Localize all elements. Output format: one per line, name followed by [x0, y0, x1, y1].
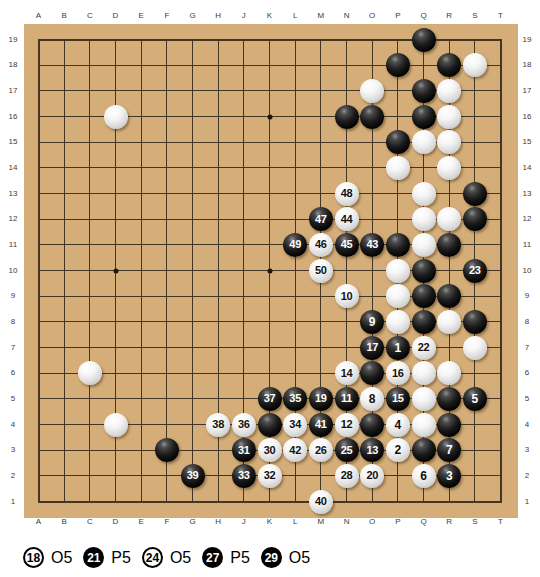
stone-number-M3: 26 [315, 445, 327, 456]
stone-number-N11: 45 [341, 239, 353, 250]
stone-black-M5: 19 [309, 387, 333, 411]
row-label-left-13: 13 [9, 190, 18, 198]
stone-number-P5: 15 [392, 393, 404, 404]
column-label-bottom-O: O [369, 518, 375, 526]
column-label-bottom-E: E [139, 518, 144, 526]
stone-black-Q9 [412, 284, 436, 308]
stone-white-P10 [386, 259, 410, 283]
stone-black-F3 [155, 438, 179, 462]
stone-white-N2: 28 [335, 464, 359, 488]
stone-black-Q3 [412, 438, 436, 462]
stone-white-P8 [386, 310, 410, 334]
stone-number-K2: 32 [264, 470, 276, 481]
stone-white-K3: 30 [258, 438, 282, 462]
stone-number-K5: 37 [264, 393, 276, 404]
stone-black-R18 [437, 53, 461, 77]
stone-white-R12 [437, 207, 461, 231]
column-label-bottom-Q: Q [420, 518, 426, 526]
column-label-bottom-K: K [267, 518, 272, 526]
stone-black-L5: 35 [283, 387, 307, 411]
stone-white-R15 [437, 130, 461, 154]
stone-white-M10: 50 [309, 259, 333, 283]
stone-black-K4 [258, 413, 282, 437]
stone-black-N16 [335, 105, 359, 129]
stone-number-N12: 44 [341, 214, 353, 225]
column-label-top-E: E [139, 12, 144, 20]
row-label-left-7: 7 [11, 344, 15, 352]
row-label-left-19: 19 [9, 36, 18, 44]
column-label-bottom-M: M [318, 518, 325, 526]
stone-number-S10: 23 [469, 265, 481, 276]
stone-number-L3: 42 [289, 445, 301, 456]
caption-move-circle-24: 24 [142, 547, 163, 568]
row-label-left-10: 10 [9, 267, 18, 275]
caption-move-29: 29O5 [261, 547, 310, 568]
row-label-right-6: 6 [525, 369, 529, 377]
star-point-D10 [113, 268, 118, 273]
stone-number-K3: 30 [264, 445, 276, 456]
stone-black-O4 [360, 413, 384, 437]
column-label-bottom-F: F [164, 518, 169, 526]
column-label-bottom-D: D [113, 518, 119, 526]
star-point-K10 [267, 268, 272, 273]
stone-number-O3: 13 [366, 445, 378, 456]
column-label-top-F: F [164, 12, 169, 20]
row-label-right-13: 13 [523, 190, 532, 198]
stone-white-D4 [104, 413, 128, 437]
stone-black-N3: 25 [335, 438, 359, 462]
stone-white-P14 [386, 156, 410, 180]
row-label-left-5: 5 [11, 395, 15, 403]
stone-white-R14 [437, 156, 461, 180]
stone-white-D16 [104, 105, 128, 129]
row-label-right-2: 2 [525, 472, 529, 480]
row-label-right-16: 16 [523, 113, 532, 121]
stone-black-N5: 11 [335, 387, 359, 411]
caption-move-point-21: P5 [111, 549, 131, 567]
stone-number-J2: 33 [238, 470, 250, 481]
stone-white-Q7: 22 [412, 336, 436, 360]
column-label-top-L: L [293, 12, 297, 20]
stone-black-G2: 39 [181, 464, 205, 488]
stone-white-P4: 4 [386, 413, 410, 437]
stone-number-M10: 50 [315, 265, 327, 276]
row-label-left-1: 1 [11, 498, 15, 506]
stone-white-R8 [437, 310, 461, 334]
stone-black-R9 [437, 284, 461, 308]
stone-white-P6: 16 [386, 361, 410, 385]
stone-white-L3: 42 [283, 438, 307, 462]
stone-black-Q10 [412, 259, 436, 283]
column-label-top-C: C [87, 12, 93, 20]
stone-white-M3: 26 [309, 438, 333, 462]
column-label-bottom-N: N [344, 518, 350, 526]
stone-white-N4: 12 [335, 413, 359, 437]
stone-black-S8 [463, 310, 487, 334]
stone-black-O8: 9 [360, 310, 384, 334]
go-diagram: 18O521P524O527P529O5 AABBCCDDEEFFGGHHJJK… [0, 0, 540, 577]
stone-white-N6: 14 [335, 361, 359, 385]
column-label-top-M: M [318, 12, 325, 20]
stone-white-P9 [386, 284, 410, 308]
stone-white-Q5 [412, 387, 436, 411]
grid-line-horizontal-1 [38, 501, 502, 503]
column-label-bottom-C: C [87, 518, 93, 526]
stone-white-S18 [463, 53, 487, 77]
stone-white-R6 [437, 361, 461, 385]
stone-black-S13 [463, 182, 487, 206]
stone-black-M12: 47 [309, 207, 333, 231]
stone-black-P7: 1 [386, 336, 410, 360]
stone-number-Q7: 22 [418, 342, 430, 353]
caption-move-point-27: P5 [230, 549, 250, 567]
stone-white-Q11 [412, 233, 436, 257]
stone-white-J4: 36 [232, 413, 256, 437]
column-label-bottom-H: H [215, 518, 221, 526]
stone-number-O11: 43 [366, 239, 378, 250]
stone-number-L11: 49 [289, 239, 301, 250]
stone-black-N11: 45 [335, 233, 359, 257]
stone-black-P5: 15 [386, 387, 410, 411]
column-label-bottom-J: J [242, 518, 246, 526]
stone-black-O7: 17 [360, 336, 384, 360]
row-label-left-14: 14 [9, 164, 18, 172]
stone-white-K2: 32 [258, 464, 282, 488]
stone-black-O16 [360, 105, 384, 129]
stone-white-Q4 [412, 413, 436, 437]
stone-white-Q6 [412, 361, 436, 385]
column-label-top-B: B [61, 12, 66, 20]
caption-move-circle-21: 21 [83, 547, 104, 568]
column-label-bottom-G: G [189, 518, 195, 526]
row-label-left-3: 3 [11, 446, 15, 454]
stone-number-N6: 14 [341, 368, 353, 379]
stone-number-M5: 19 [315, 393, 327, 404]
stone-white-M11: 46 [309, 233, 333, 257]
row-label-right-8: 8 [525, 318, 529, 326]
column-label-top-K: K [267, 12, 272, 20]
stone-number-P7: 1 [395, 342, 402, 354]
stone-black-O11: 43 [360, 233, 384, 257]
stone-black-Q17 [412, 79, 436, 103]
stone-number-P3: 2 [395, 444, 402, 456]
row-label-left-15: 15 [9, 138, 18, 146]
stone-black-R3: 7 [437, 438, 461, 462]
caption-move-21: 21P5 [83, 547, 131, 568]
stone-number-Q2: 6 [420, 470, 427, 482]
stone-black-R2: 3 [437, 464, 461, 488]
stone-number-L4: 34 [289, 419, 301, 430]
column-label-bottom-T: T [498, 518, 503, 526]
caption-move-circle-29: 29 [261, 547, 282, 568]
stone-black-Q19 [412, 28, 436, 52]
column-label-bottom-R: R [446, 518, 452, 526]
stone-white-N12: 44 [335, 207, 359, 231]
column-label-top-S: S [472, 12, 477, 20]
column-label-top-R: R [446, 12, 452, 20]
stone-black-S5: 5 [463, 387, 487, 411]
row-label-left-9: 9 [11, 292, 15, 300]
stone-white-R16 [437, 105, 461, 129]
stone-number-N13: 48 [341, 188, 353, 199]
stone-number-H4: 38 [212, 419, 224, 430]
stone-black-Q16 [412, 105, 436, 129]
grid-line-vertical-T [500, 39, 502, 503]
stone-white-O2: 20 [360, 464, 384, 488]
caption-move-point-24: O5 [170, 549, 191, 567]
column-label-bottom-P: P [395, 518, 400, 526]
stone-black-O3: 13 [360, 438, 384, 462]
row-label-right-17: 17 [523, 87, 532, 95]
stone-number-N2: 28 [341, 470, 353, 481]
row-label-left-11: 11 [9, 241, 17, 249]
stone-black-P15 [386, 130, 410, 154]
caption-move-point-18: O5 [51, 549, 72, 567]
caption-move-circle-27: 27 [202, 547, 223, 568]
stone-black-J3: 31 [232, 438, 256, 462]
stone-white-Q2: 6 [412, 464, 436, 488]
stone-number-O5: 8 [369, 393, 376, 405]
row-label-left-12: 12 [9, 215, 18, 223]
stone-number-S5: 5 [472, 393, 479, 405]
row-label-right-5: 5 [525, 395, 529, 403]
stone-number-N5: 11 [341, 393, 352, 404]
stone-black-O6 [360, 361, 384, 385]
column-label-bottom-B: B [61, 518, 66, 526]
caption: 18O521P524O527P529O5 [23, 547, 321, 568]
row-label-right-14: 14 [523, 164, 532, 172]
column-label-top-J: J [242, 12, 246, 20]
row-label-left-2: 2 [11, 472, 15, 480]
caption-move-27: 27P5 [202, 547, 250, 568]
stone-white-N13: 48 [335, 182, 359, 206]
row-label-left-8: 8 [11, 318, 15, 326]
row-label-right-12: 12 [523, 215, 532, 223]
stone-number-M4: 41 [315, 419, 327, 430]
star-point-K16 [267, 114, 272, 119]
row-label-right-15: 15 [523, 138, 532, 146]
stone-number-R2: 3 [446, 470, 453, 482]
stone-number-R3: 7 [446, 444, 453, 456]
column-label-bottom-A: A [36, 518, 41, 526]
stone-white-L4: 34 [283, 413, 307, 437]
stone-number-O7: 17 [366, 342, 378, 353]
stone-black-R4 [437, 413, 461, 437]
stone-number-J4: 36 [238, 419, 250, 430]
stone-black-J2: 33 [232, 464, 256, 488]
row-label-right-18: 18 [523, 61, 532, 69]
column-label-top-P: P [395, 12, 400, 20]
stone-black-P18 [386, 53, 410, 77]
stone-number-P4: 4 [395, 419, 402, 431]
column-label-top-Q: Q [420, 12, 426, 20]
stone-white-Q12 [412, 207, 436, 231]
stone-white-N9: 10 [335, 284, 359, 308]
row-label-right-4: 4 [525, 421, 529, 429]
column-label-top-D: D [113, 12, 119, 20]
stone-number-N4: 12 [341, 419, 353, 430]
stone-black-L11: 49 [283, 233, 307, 257]
row-label-right-1: 1 [525, 498, 529, 506]
row-label-right-3: 3 [525, 446, 529, 454]
row-label-left-17: 17 [9, 87, 18, 95]
caption-move-circle-18: 18 [23, 547, 44, 568]
stone-number-N9: 10 [341, 291, 353, 302]
column-label-top-G: G [189, 12, 195, 20]
stone-white-C6 [78, 361, 102, 385]
caption-move-point-29: O5 [289, 549, 310, 567]
column-label-top-A: A [36, 12, 41, 20]
row-label-left-4: 4 [11, 421, 15, 429]
row-label-right-19: 19 [523, 36, 532, 44]
stone-number-M12: 47 [315, 214, 327, 225]
row-label-right-11: 11 [523, 241, 531, 249]
stone-white-M1: 40 [309, 490, 333, 514]
stone-white-O5: 8 [360, 387, 384, 411]
stone-white-O17 [360, 79, 384, 103]
stone-white-H4: 38 [206, 413, 230, 437]
stone-number-P6: 16 [392, 368, 404, 379]
stone-number-O8: 9 [369, 316, 376, 328]
stone-white-Q15 [412, 130, 436, 154]
column-label-bottom-L: L [293, 518, 297, 526]
column-label-top-O: O [369, 12, 375, 20]
stone-black-R11 [437, 233, 461, 257]
stone-black-S12 [463, 207, 487, 231]
stone-black-P11 [386, 233, 410, 257]
column-label-bottom-S: S [472, 518, 477, 526]
stone-black-K5: 37 [258, 387, 282, 411]
row-label-left-16: 16 [9, 113, 18, 121]
caption-move-24: 24O5 [142, 547, 191, 568]
row-label-left-6: 6 [11, 369, 15, 377]
stone-number-M1: 40 [315, 496, 327, 507]
stone-number-G2: 39 [187, 470, 199, 481]
stone-number-O2: 20 [366, 470, 378, 481]
stone-number-M11: 46 [315, 239, 327, 250]
stone-white-S7 [463, 336, 487, 360]
stone-white-P3: 2 [386, 438, 410, 462]
stone-number-J3: 31 [238, 445, 250, 456]
stone-black-M4: 41 [309, 413, 333, 437]
column-label-top-H: H [215, 12, 221, 20]
column-label-top-N: N [344, 12, 350, 20]
row-label-right-9: 9 [525, 292, 529, 300]
row-label-right-7: 7 [525, 344, 529, 352]
column-label-top-T: T [498, 12, 503, 20]
stone-black-R5 [437, 387, 461, 411]
caption-move-18: 18O5 [23, 547, 72, 568]
stone-number-N3: 25 [341, 445, 353, 456]
stone-black-S10: 23 [463, 259, 487, 283]
stone-number-L5: 35 [289, 393, 301, 404]
row-label-right-10: 10 [523, 267, 532, 275]
stone-white-R17 [437, 79, 461, 103]
row-label-left-18: 18 [9, 61, 18, 69]
stone-black-Q8 [412, 310, 436, 334]
stone-white-Q13 [412, 182, 436, 206]
